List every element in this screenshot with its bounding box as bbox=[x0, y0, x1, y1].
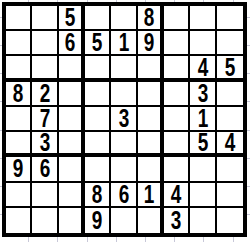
sudoku-cell-r1c7[interactable] bbox=[164, 6, 190, 31]
sudoku-cell-r5c2[interactable]: 7 bbox=[32, 107, 58, 132]
sudoku-cell-r1c1[interactable] bbox=[6, 6, 32, 31]
sudoku-cell-r3c4[interactable] bbox=[85, 56, 111, 81]
sudoku-cell-r7c2[interactable]: 6 bbox=[32, 157, 58, 182]
sudoku-cell-r3c8[interactable]: 4 bbox=[190, 56, 216, 81]
sudoku-cell-r6c5[interactable] bbox=[111, 132, 137, 157]
sudoku-cell-r3c1[interactable] bbox=[6, 56, 32, 81]
given-digit: 9 bbox=[13, 157, 24, 181]
given-digit: 4 bbox=[197, 56, 208, 79]
sudoku-cell-r2c1[interactable] bbox=[6, 31, 32, 56]
given-digit: 5 bbox=[92, 31, 103, 55]
sudoku-cell-r4c8[interactable]: 3 bbox=[190, 82, 216, 107]
sudoku-cell-r4c3[interactable] bbox=[59, 82, 85, 107]
sudoku-cell-r4c1[interactable]: 8 bbox=[6, 82, 32, 107]
sudoku-cell-r8c9[interactable] bbox=[217, 183, 243, 208]
sudoku-cell-r1c6[interactable]: 8 bbox=[138, 6, 164, 31]
sudoku-cell-r9c3[interactable] bbox=[59, 208, 85, 233]
sudoku-cell-r2c6[interactable]: 9 bbox=[138, 31, 164, 56]
given-digit: 6 bbox=[65, 31, 76, 55]
given-digit: 3 bbox=[197, 82, 208, 106]
sudoku-cell-r1c3[interactable]: 5 bbox=[59, 6, 85, 31]
sudoku-cell-r4c5[interactable] bbox=[111, 82, 137, 107]
sudoku-cell-r8c4[interactable]: 8 bbox=[85, 183, 111, 208]
sudoku-cell-r3c2[interactable] bbox=[32, 56, 58, 81]
sudoku-cell-r6c1[interactable] bbox=[6, 132, 32, 157]
sudoku-cell-r5c3[interactable] bbox=[59, 107, 85, 132]
sudoku-cell-r4c2[interactable]: 2 bbox=[32, 82, 58, 107]
given-digit: 6 bbox=[118, 183, 129, 207]
given-digit: 3 bbox=[171, 208, 182, 233]
sudoku-cell-r7c9[interactable] bbox=[217, 157, 243, 182]
sudoku-cell-r6c7[interactable] bbox=[164, 132, 190, 157]
given-digit: 2 bbox=[39, 82, 50, 106]
sudoku-cell-r3c6[interactable] bbox=[138, 56, 164, 81]
sudoku-cell-r8c7[interactable]: 4 bbox=[164, 183, 190, 208]
given-digit: 3 bbox=[118, 107, 129, 131]
sudoku-cell-r2c5[interactable]: 1 bbox=[111, 31, 137, 56]
sudoku-cell-r5c8[interactable]: 1 bbox=[190, 107, 216, 132]
sudoku-cell-r1c2[interactable] bbox=[32, 6, 58, 31]
sudoku-cell-r6c4[interactable] bbox=[85, 132, 111, 157]
sudoku-cell-r3c9[interactable]: 5 bbox=[217, 56, 243, 81]
sudoku-cell-r3c5[interactable] bbox=[111, 56, 137, 81]
given-digit: 9 bbox=[144, 31, 155, 55]
given-digit: 7 bbox=[39, 107, 50, 131]
given-digit: 8 bbox=[144, 6, 155, 30]
given-digit: 5 bbox=[225, 56, 236, 79]
sudoku-cell-r8c8[interactable] bbox=[190, 183, 216, 208]
sudoku-cell-r4c6[interactable] bbox=[138, 82, 164, 107]
sudoku-cell-r9c6[interactable] bbox=[138, 208, 164, 233]
sudoku-cell-r5c7[interactable] bbox=[164, 107, 190, 132]
sudoku-cell-r8c6[interactable]: 1 bbox=[138, 183, 164, 208]
sudoku-cell-r2c8[interactable] bbox=[190, 31, 216, 56]
sudoku-cell-r4c4[interactable] bbox=[85, 82, 111, 107]
sudoku-cell-r8c1[interactable] bbox=[6, 183, 32, 208]
sudoku-cell-r9c2[interactable] bbox=[32, 208, 58, 233]
given-digit: 5 bbox=[197, 132, 208, 155]
sudoku-cell-r7c3[interactable] bbox=[59, 157, 85, 182]
sudoku-cell-r9c8[interactable] bbox=[190, 208, 216, 233]
sudoku-cell-r4c9[interactable] bbox=[217, 82, 243, 107]
given-digit: 3 bbox=[39, 132, 50, 155]
given-digit: 1 bbox=[118, 31, 129, 55]
given-digit: 5 bbox=[65, 6, 76, 30]
sudoku-board: 5865194582373135496861493 bbox=[2, 2, 247, 237]
sudoku-cell-r2c3[interactable]: 6 bbox=[59, 31, 85, 56]
sudoku-cell-r8c3[interactable] bbox=[59, 183, 85, 208]
sudoku-cell-r7c1[interactable]: 9 bbox=[6, 157, 32, 182]
sudoku-cell-r8c2[interactable] bbox=[32, 183, 58, 208]
sudoku-cell-r7c5[interactable] bbox=[111, 157, 137, 182]
sudoku-cell-r9c7[interactable]: 3 bbox=[164, 208, 190, 233]
sudoku-cell-r4c7[interactable] bbox=[164, 82, 190, 107]
given-digit: 8 bbox=[13, 82, 24, 106]
sudoku-cell-r2c7[interactable] bbox=[164, 31, 190, 56]
given-digit: 4 bbox=[225, 132, 236, 155]
sudoku-cell-r5c4[interactable] bbox=[85, 107, 111, 132]
given-digit: 1 bbox=[144, 183, 155, 207]
given-digit: 4 bbox=[171, 183, 182, 207]
sudoku-cell-r5c9[interactable] bbox=[217, 107, 243, 132]
sudoku-cell-r5c1[interactable] bbox=[6, 107, 32, 132]
sudoku-cell-r2c9[interactable] bbox=[217, 31, 243, 56]
sudoku-cell-r3c3[interactable] bbox=[59, 56, 85, 81]
sudoku-cell-r7c8[interactable] bbox=[190, 157, 216, 182]
sudoku-cell-r2c2[interactable] bbox=[32, 31, 58, 56]
sudoku-cell-r8c5[interactable]: 6 bbox=[111, 183, 137, 208]
sudoku-cell-r6c2[interactable]: 3 bbox=[32, 132, 58, 157]
given-digit: 1 bbox=[197, 107, 208, 131]
sudoku-cell-r9c4[interactable]: 9 bbox=[85, 208, 111, 233]
sudoku-cell-r6c8[interactable]: 5 bbox=[190, 132, 216, 157]
sudoku-cell-r7c6[interactable] bbox=[138, 157, 164, 182]
sudoku-cell-r6c9[interactable]: 4 bbox=[217, 132, 243, 157]
sudoku-cell-r3c7[interactable] bbox=[164, 56, 190, 81]
sudoku-cell-r5c5[interactable]: 3 bbox=[111, 107, 137, 132]
sudoku-cell-r9c9[interactable] bbox=[217, 208, 243, 233]
sudoku-cell-r7c7[interactable] bbox=[164, 157, 190, 182]
sudoku-cell-r1c9[interactable] bbox=[217, 6, 243, 31]
sudoku-cell-r5c6[interactable] bbox=[138, 107, 164, 132]
sudoku-cell-r6c6[interactable] bbox=[138, 132, 164, 157]
sudoku-cell-r9c5[interactable] bbox=[111, 208, 137, 233]
sudoku-cell-r2c4[interactable]: 5 bbox=[85, 31, 111, 56]
sudoku-cell-r6c3[interactable] bbox=[59, 132, 85, 157]
sudoku-cell-r1c8[interactable] bbox=[190, 6, 216, 31]
given-digit: 6 bbox=[39, 157, 50, 181]
given-digit: 8 bbox=[92, 183, 103, 207]
sudoku-puzzle-image: 5865194582373135496861493 bbox=[0, 0, 250, 242]
given-digit: 9 bbox=[92, 208, 103, 233]
sudoku-cell-r1c5[interactable] bbox=[111, 6, 137, 31]
sudoku-cell-r9c1[interactable] bbox=[6, 208, 32, 233]
sudoku-cell-r7c4[interactable] bbox=[85, 157, 111, 182]
sudoku-cell-r1c4[interactable] bbox=[85, 6, 111, 31]
